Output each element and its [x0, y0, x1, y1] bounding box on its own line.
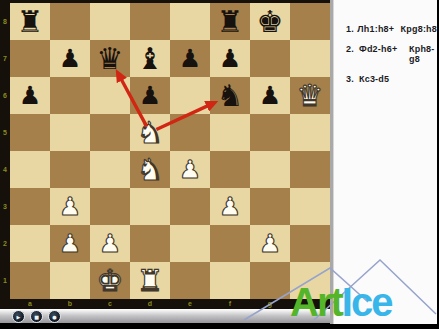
square-b7[interactable]: ♟ [50, 40, 90, 77]
file-labels: abcdefgh [10, 299, 330, 309]
square-d2[interactable] [130, 225, 170, 262]
square-f7[interactable]: ♟ [210, 40, 250, 77]
square-e7[interactable]: ♟ [170, 40, 210, 77]
move-list: 1.Лh1:h8+Крg8:h82.Фd2-h6+Крh8-g83.Кc3-d5 [333, 0, 437, 84]
file-label-b: b [50, 299, 90, 309]
square-g1[interactable] [250, 262, 290, 299]
square-b8[interactable] [50, 3, 90, 40]
piece-white-pawn-g2[interactable]: ♟ [259, 231, 281, 256]
square-h6[interactable]: ♛ [290, 77, 330, 114]
square-g4[interactable] [250, 151, 290, 188]
square-f8[interactable]: ♜ [210, 3, 250, 40]
square-d1[interactable]: ♜ [130, 262, 170, 299]
rank-label-8: 8 [0, 3, 10, 40]
piece-white-pawn-e4[interactable]: ♟ [179, 157, 201, 182]
piece-black-pawn-b7[interactable]: ♟ [59, 46, 81, 71]
rank-label-2: 2 [0, 225, 10, 262]
piece-black-pawn-a6[interactable]: ♟ [19, 83, 41, 108]
square-a1[interactable] [10, 262, 50, 299]
square-c8[interactable] [90, 3, 130, 40]
chess-lesson-window: 87654321 ♜♜♚♟♛♝♟♟♟♟♞♟♛♞♞♟♟♟♟♟♟♚♜ abcdefg… [0, 0, 439, 329]
square-g8[interactable]: ♚ [250, 3, 290, 40]
file-label-d: d [130, 299, 170, 309]
play-button[interactable]: ▶ [12, 310, 25, 323]
square-g3[interactable] [250, 188, 290, 225]
square-c2[interactable]: ♟ [90, 225, 130, 262]
square-a2[interactable] [10, 225, 50, 262]
square-f1[interactable] [210, 262, 250, 299]
piece-black-bishop-d7[interactable]: ♝ [137, 44, 164, 74]
square-f3[interactable]: ♟ [210, 188, 250, 225]
white-move[interactable]: Лh1:h8+ [357, 24, 400, 34]
piece-white-rook-d1[interactable]: ♜ [137, 266, 164, 296]
square-a3[interactable] [10, 188, 50, 225]
square-e1[interactable] [170, 262, 210, 299]
square-b2[interactable]: ♟ [50, 225, 90, 262]
piece-white-knight-d4[interactable]: ♞ [137, 155, 164, 185]
move-number: 3. [346, 74, 359, 84]
piece-white-pawn-b3[interactable]: ♟ [59, 194, 81, 219]
piece-white-king-c1[interactable]: ♚ [97, 266, 124, 296]
square-h1[interactable] [290, 262, 330, 299]
square-b6[interactable] [50, 77, 90, 114]
notation-panel: 1.Лh1:h8+Крg8:h82.Фd2-h6+Крh8-g83.Кc3-d5 [330, 0, 437, 324]
stop-button[interactable]: ● [48, 310, 61, 323]
file-label-g: g [250, 299, 290, 309]
file-label-h: h [290, 299, 330, 309]
square-f4[interactable] [210, 151, 250, 188]
square-c1[interactable]: ♚ [90, 262, 130, 299]
piece-white-pawn-b2[interactable]: ♟ [59, 231, 81, 256]
square-h3[interactable] [290, 188, 330, 225]
black-move[interactable]: Крg8:h8 [401, 24, 437, 34]
square-e3[interactable] [170, 188, 210, 225]
square-f2[interactable] [210, 225, 250, 262]
rank-label-3: 3 [0, 188, 10, 225]
white-move[interactable]: Кc3-d5 [359, 74, 409, 84]
square-h4[interactable] [290, 151, 330, 188]
move-row-2: 2.Фd2-h6+Крh8-g8 [346, 44, 437, 64]
rank-label-4: 4 [0, 151, 10, 188]
move-number: 2. [346, 44, 359, 64]
piece-black-knight-f6[interactable]: ♞ [217, 81, 244, 111]
square-f6[interactable]: ♞ [210, 77, 250, 114]
square-d6[interactable]: ♟ [130, 77, 170, 114]
piece-black-pawn-f7[interactable]: ♟ [219, 46, 241, 71]
move-row-1: 1.Лh1:h8+Крg8:h8 [346, 24, 437, 34]
square-b1[interactable] [50, 262, 90, 299]
square-b4[interactable] [50, 151, 90, 188]
piece-white-pawn-f3[interactable]: ♟ [219, 194, 241, 219]
rank-label-1: 1 [0, 262, 10, 299]
square-e8[interactable] [170, 3, 210, 40]
square-d8[interactable] [130, 3, 170, 40]
piece-white-pawn-c2[interactable]: ♟ [99, 231, 121, 256]
move-number: 1. [346, 24, 357, 34]
square-a5[interactable] [10, 114, 50, 151]
square-g5[interactable] [250, 114, 290, 151]
piece-black-king-g8[interactable]: ♚ [257, 7, 284, 37]
square-c3[interactable] [90, 188, 130, 225]
square-c5[interactable] [90, 114, 130, 151]
square-b3[interactable]: ♟ [50, 188, 90, 225]
playback-toolbar: ▶■● [0, 309, 331, 323]
square-b5[interactable] [50, 114, 90, 151]
square-a4[interactable] [10, 151, 50, 188]
square-a8[interactable]: ♜ [10, 3, 50, 40]
square-c7[interactable]: ♛ [90, 40, 130, 77]
piece-white-queen-h6[interactable]: ♛ [297, 81, 324, 111]
square-f5[interactable] [210, 114, 250, 151]
square-c6[interactable] [90, 77, 130, 114]
file-label-e: e [170, 299, 210, 309]
move-row-3: 3.Кc3-d5 [346, 74, 437, 84]
pause-button[interactable]: ■ [30, 310, 43, 323]
square-a6[interactable]: ♟ [10, 77, 50, 114]
rank-labels: 87654321 [0, 3, 10, 299]
square-e6[interactable] [170, 77, 210, 114]
board-frame: 87654321 ♜♜♚♟♛♝♟♟♟♟♞♟♛♞♞♟♟♟♟♟♟♚♜ abcdefg… [0, 0, 330, 311]
piece-black-queen-c7[interactable]: ♛ [97, 44, 124, 74]
square-g2[interactable]: ♟ [250, 225, 290, 262]
square-g7[interactable] [250, 40, 290, 77]
black-move[interactable]: Крh8-g8 [409, 44, 437, 64]
square-h7[interactable] [290, 40, 330, 77]
square-d3[interactable] [130, 188, 170, 225]
rank-label-6: 6 [0, 77, 10, 114]
white-move[interactable]: Фd2-h6+ [359, 44, 409, 64]
square-a7[interactable] [10, 40, 50, 77]
rank-label-7: 7 [0, 40, 10, 77]
square-d7[interactable]: ♝ [130, 40, 170, 77]
square-h2[interactable] [290, 225, 330, 262]
piece-white-knight-d5[interactable]: ♞ [137, 118, 164, 148]
piece-black-pawn-g6[interactable]: ♟ [259, 83, 281, 108]
rank-label-5: 5 [0, 114, 10, 151]
file-label-f: f [210, 299, 250, 309]
file-label-c: c [90, 299, 130, 309]
square-h5[interactable] [290, 114, 330, 151]
square-h8[interactable] [290, 3, 330, 40]
black-move[interactable] [409, 74, 437, 84]
board: ♜♜♚♟♛♝♟♟♟♟♞♟♛♞♞♟♟♟♟♟♟♚♜ [10, 3, 330, 299]
square-c4[interactable] [90, 151, 130, 188]
piece-black-pawn-e7[interactable]: ♟ [179, 46, 201, 71]
square-e5[interactable] [170, 114, 210, 151]
piece-black-rook-a8[interactable]: ♜ [17, 7, 44, 37]
square-e4[interactable]: ♟ [170, 151, 210, 188]
square-e2[interactable] [170, 225, 210, 262]
piece-black-rook-f8[interactable]: ♜ [217, 7, 244, 37]
square-g6[interactable]: ♟ [250, 77, 290, 114]
piece-black-pawn-d6[interactable]: ♟ [139, 83, 161, 108]
square-d4[interactable]: ♞ [130, 151, 170, 188]
square-d5[interactable]: ♞ [130, 114, 170, 151]
file-label-a: a [10, 299, 50, 309]
